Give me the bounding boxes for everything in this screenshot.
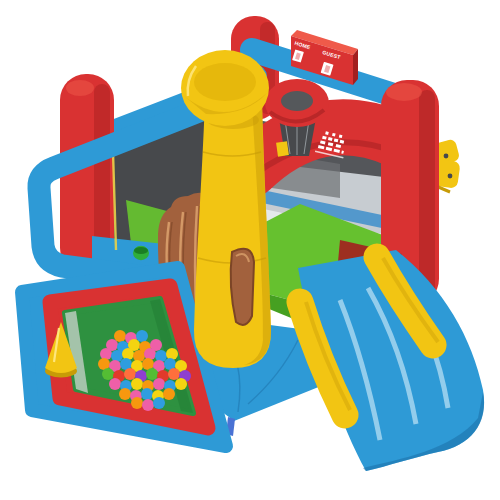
ball xyxy=(141,388,153,400)
bounce-house-product-photo: HOME GUEST xyxy=(0,0,500,500)
ball xyxy=(153,397,165,409)
ball xyxy=(131,397,143,409)
ball xyxy=(131,378,143,390)
ball xyxy=(142,399,154,411)
ball xyxy=(144,348,156,360)
ball xyxy=(175,378,187,390)
ball xyxy=(119,388,131,400)
ball xyxy=(100,348,112,360)
ball xyxy=(124,368,136,380)
ball xyxy=(122,348,134,360)
ball xyxy=(136,330,148,342)
ball xyxy=(163,388,175,400)
ball xyxy=(166,348,178,360)
ball xyxy=(153,378,165,390)
ball xyxy=(102,368,114,380)
hoop-yellow-tab xyxy=(276,141,289,156)
ball xyxy=(114,330,126,342)
ball xyxy=(155,350,167,362)
bat-brown-patch xyxy=(231,249,254,325)
slide xyxy=(298,240,484,471)
ball xyxy=(146,368,158,380)
ball xyxy=(109,378,121,390)
ball xyxy=(168,368,180,380)
ball xyxy=(111,350,123,362)
ball xyxy=(133,350,145,362)
